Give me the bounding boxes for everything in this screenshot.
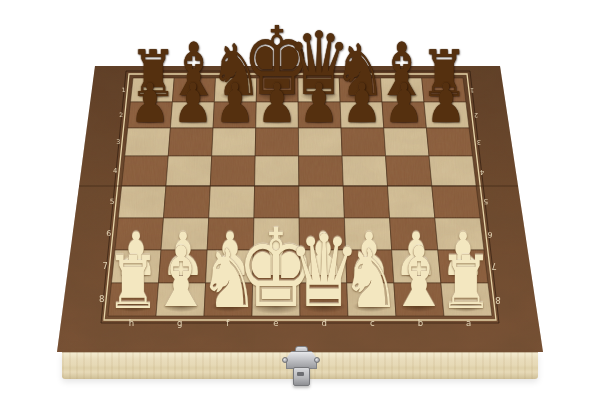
dark-pawn-h2: ♟ bbox=[130, 76, 170, 130]
dark-pawn-d2: ♟ bbox=[299, 76, 339, 130]
clasp-slot bbox=[297, 372, 304, 376]
rank-label-left-1: 1 bbox=[118, 87, 130, 93]
dark-pawn-a2: ♟ bbox=[426, 76, 466, 130]
clasp-hasp bbox=[293, 367, 310, 386]
rank-label-left-5: 5 bbox=[106, 198, 118, 205]
rank-label-right-6: 6 bbox=[484, 230, 496, 238]
rank-label-right-4: 4 bbox=[476, 168, 488, 175]
rank-label-left-3: 3 bbox=[112, 139, 124, 145]
clasp-screw-left bbox=[282, 357, 288, 363]
rank-label-left-6: 6 bbox=[103, 230, 115, 238]
rank-label-right-2: 2 bbox=[470, 112, 482, 118]
dark-pawn-f2: ♟ bbox=[215, 76, 255, 130]
dark-pawn-c2: ♟ bbox=[342, 76, 382, 130]
rank-label-right-5: 5 bbox=[480, 198, 492, 205]
rank-label-right-3: 3 bbox=[473, 139, 485, 145]
rank-label-left-4: 4 bbox=[109, 168, 121, 175]
dark-pawn-b2: ♟ bbox=[384, 76, 424, 130]
rank-label-right-8: 8 bbox=[492, 295, 504, 304]
rank-label-left-2: 2 bbox=[115, 112, 127, 118]
dark-pawn-e2: ♟ bbox=[257, 76, 297, 130]
light-rook-a8: ♜ bbox=[439, 246, 493, 319]
rank-label-right-1: 1 bbox=[466, 87, 478, 93]
clasp-screw-right bbox=[314, 357, 320, 363]
chess-set-photo: 1122334455667788hgfedcba ♜♝♞♚♛♞♝♜♟♟♟♟♟♟♟… bbox=[0, 0, 600, 415]
dark-pawn-g2: ♟ bbox=[173, 76, 213, 130]
